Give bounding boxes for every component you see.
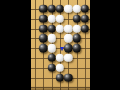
white-stone	[64, 34, 72, 42]
black-stone	[72, 15, 80, 23]
black-stone	[47, 54, 55, 62]
white-stone	[47, 34, 55, 42]
white-stone	[56, 15, 64, 23]
white-stone	[72, 24, 80, 32]
grid-line-horizontal	[31, 87, 90, 88]
grid-line-vertical	[35, 0, 36, 90]
letterbox-left	[0, 0, 31, 90]
white-stone	[64, 5, 72, 13]
black-stone	[39, 5, 47, 13]
white-stone	[47, 15, 55, 23]
black-stone	[81, 24, 89, 32]
black-stone	[39, 44, 47, 52]
white-stone	[64, 24, 72, 32]
white-stone	[47, 44, 55, 52]
black-stone	[56, 73, 64, 81]
black-stone	[81, 5, 89, 13]
black-stone	[72, 34, 80, 42]
white-stone	[56, 64, 64, 72]
black-stone	[39, 34, 47, 42]
white-stone	[64, 54, 72, 62]
move-marker-triangle	[60, 47, 64, 51]
white-stone	[56, 24, 64, 32]
white-stone	[72, 5, 80, 13]
go-board[interactable]	[31, 0, 90, 90]
black-stone	[39, 15, 47, 23]
black-stone	[47, 64, 55, 72]
black-stone	[56, 5, 64, 13]
letterbox-right	[90, 0, 120, 90]
black-stone	[64, 44, 72, 52]
app-screen	[0, 0, 120, 90]
white-stone	[56, 54, 64, 62]
black-stone	[64, 73, 72, 81]
black-stone	[39, 24, 47, 32]
black-stone	[47, 5, 55, 13]
black-stone	[47, 24, 55, 32]
grid-line-vertical	[85, 0, 86, 90]
black-stone	[72, 44, 80, 52]
black-stone	[81, 15, 89, 23]
